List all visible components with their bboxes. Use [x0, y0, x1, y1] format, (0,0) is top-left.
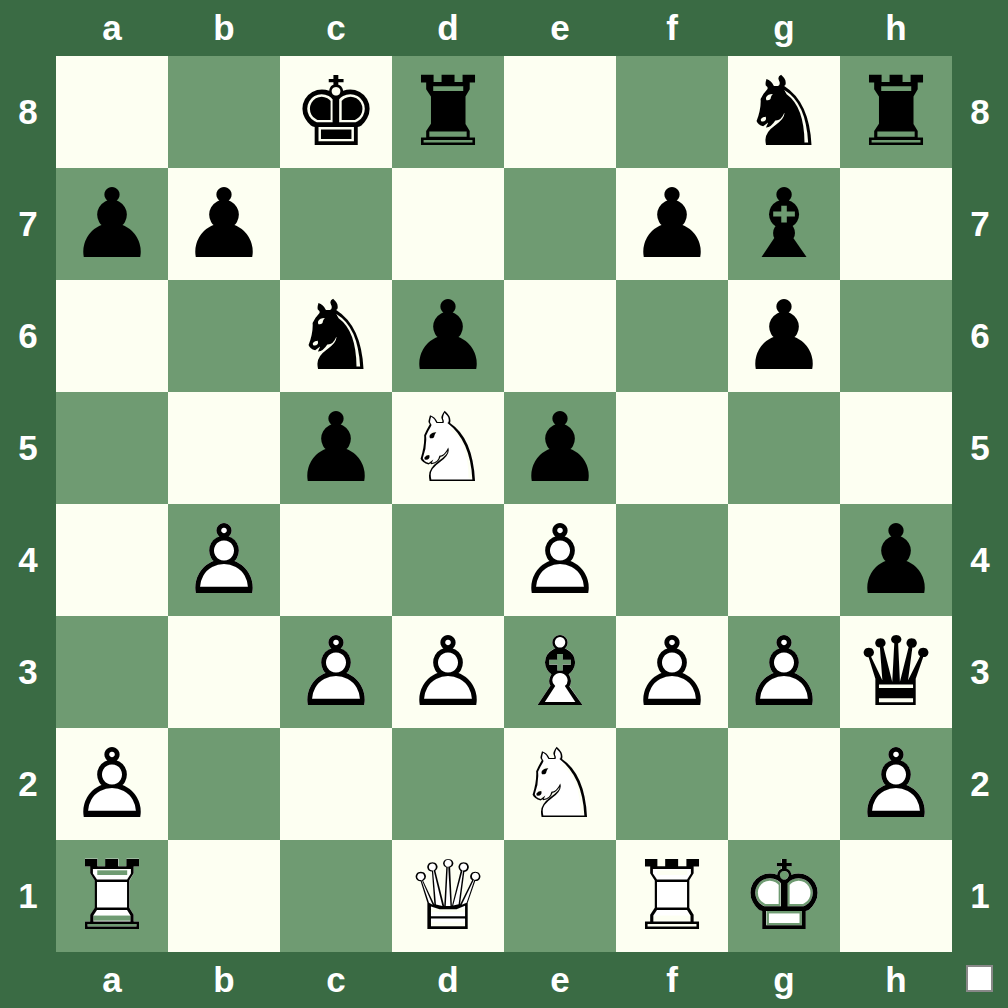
- piece-bB-g7: ♝: [728, 168, 840, 280]
- piece-outline-glyph: ♙: [616, 616, 728, 728]
- piece-fill-glyph: ♟: [392, 280, 504, 392]
- rank-label-left-1: 1: [0, 840, 56, 952]
- piece-bP-f7: ♟: [616, 168, 728, 280]
- square-a4[interactable]: [56, 504, 168, 616]
- piece-fill-glyph: ♞: [280, 280, 392, 392]
- file-label-top-d: d: [392, 0, 504, 56]
- file-label-bottom-b: b: [168, 952, 280, 1008]
- square-f7[interactable]: ♟: [616, 168, 728, 280]
- rank-label-left-4: 4: [0, 504, 56, 616]
- file-label-bottom-e: e: [504, 952, 616, 1008]
- square-e1[interactable]: [504, 840, 616, 952]
- piece-outline-glyph: ♙: [728, 616, 840, 728]
- piece-wP-e4: ♟♙: [504, 504, 616, 616]
- square-f1[interactable]: ♜♖: [616, 840, 728, 952]
- square-e4[interactable]: ♟♙: [504, 504, 616, 616]
- square-g8[interactable]: ♞: [728, 56, 840, 168]
- square-a3[interactable]: [56, 616, 168, 728]
- square-h8[interactable]: ♜: [840, 56, 952, 168]
- piece-fill-glyph: ♛: [840, 616, 952, 728]
- square-f4[interactable]: [616, 504, 728, 616]
- rank-label-left-7: 7: [0, 168, 56, 280]
- piece-bP-a7: ♟: [56, 168, 168, 280]
- square-h7[interactable]: [840, 168, 952, 280]
- piece-fill-glyph: ♜: [840, 56, 952, 168]
- square-b7[interactable]: ♟: [168, 168, 280, 280]
- piece-bR-h8: ♜: [840, 56, 952, 168]
- square-d6[interactable]: ♟: [392, 280, 504, 392]
- piece-bP-c5: ♟: [280, 392, 392, 504]
- square-e5[interactable]: ♟: [504, 392, 616, 504]
- piece-wP-g3: ♟♙: [728, 616, 840, 728]
- square-a7[interactable]: ♟: [56, 168, 168, 280]
- square-c8[interactable]: ♚: [280, 56, 392, 168]
- square-h6[interactable]: [840, 280, 952, 392]
- piece-wP-c3: ♟♙: [280, 616, 392, 728]
- chess-diagram: abcdefgh 87654321 ♚♜♞♜♟♟♟♝♞♟♟♟♞♘♟♟♙♟♙♟♟♙…: [0, 0, 1008, 1008]
- piece-bR-d8: ♜: [392, 56, 504, 168]
- piece-wP-a2: ♟♙: [56, 728, 168, 840]
- rank-label-right-6: 6: [952, 280, 1008, 392]
- rank-label-right-3: 3: [952, 616, 1008, 728]
- piece-fill-glyph: ♚: [280, 56, 392, 168]
- file-label-top-a: a: [56, 0, 168, 56]
- square-e8[interactable]: [504, 56, 616, 168]
- square-a2[interactable]: ♟♙: [56, 728, 168, 840]
- square-g5[interactable]: [728, 392, 840, 504]
- rank-labels-left: 87654321: [0, 56, 56, 952]
- file-label-bottom-c: c: [280, 952, 392, 1008]
- piece-wQ-d1: ♛♕: [392, 840, 504, 952]
- square-f5[interactable]: [616, 392, 728, 504]
- piece-outline-glyph: ♖: [616, 840, 728, 952]
- square-c1[interactable]: [280, 840, 392, 952]
- square-c5[interactable]: ♟: [280, 392, 392, 504]
- square-g3[interactable]: ♟♙: [728, 616, 840, 728]
- piece-outline-glyph: ♙: [392, 616, 504, 728]
- rank-label-left-2: 2: [0, 728, 56, 840]
- square-e2[interactable]: ♞♘: [504, 728, 616, 840]
- square-d4[interactable]: [392, 504, 504, 616]
- square-d5[interactable]: ♞♘: [392, 392, 504, 504]
- square-c6[interactable]: ♞: [280, 280, 392, 392]
- piece-outline-glyph: ♗: [504, 616, 616, 728]
- square-b5[interactable]: [168, 392, 280, 504]
- square-g4[interactable]: [728, 504, 840, 616]
- square-b6[interactable]: [168, 280, 280, 392]
- square-d3[interactable]: ♟♙: [392, 616, 504, 728]
- square-h3[interactable]: ♛: [840, 616, 952, 728]
- square-d1[interactable]: ♛♕: [392, 840, 504, 952]
- piece-wP-d3: ♟♙: [392, 616, 504, 728]
- square-b8[interactable]: [168, 56, 280, 168]
- file-labels-bottom: abcdefgh: [56, 952, 952, 1008]
- square-e7[interactable]: [504, 168, 616, 280]
- square-f2[interactable]: [616, 728, 728, 840]
- rank-label-left-8: 8: [0, 56, 56, 168]
- square-d2[interactable]: [392, 728, 504, 840]
- piece-bP-e5: ♟: [504, 392, 616, 504]
- rank-label-right-2: 2: [952, 728, 1008, 840]
- file-label-top-c: c: [280, 0, 392, 56]
- piece-outline-glyph: ♘: [392, 392, 504, 504]
- white-to-move-indicator: [966, 965, 993, 992]
- square-e3[interactable]: ♝♗: [504, 616, 616, 728]
- piece-outline-glyph: ♕: [392, 840, 504, 952]
- square-h4[interactable]: ♟: [840, 504, 952, 616]
- rank-labels-right: 87654321: [952, 56, 1008, 952]
- square-f8[interactable]: [616, 56, 728, 168]
- piece-fill-glyph: ♟: [616, 168, 728, 280]
- file-labels-top: abcdefgh: [56, 0, 952, 56]
- square-b1[interactable]: [168, 840, 280, 952]
- piece-wP-f3: ♟♙: [616, 616, 728, 728]
- square-c3[interactable]: ♟♙: [280, 616, 392, 728]
- square-c4[interactable]: [280, 504, 392, 616]
- file-label-bottom-g: g: [728, 952, 840, 1008]
- file-label-top-g: g: [728, 0, 840, 56]
- square-g7[interactable]: ♝: [728, 168, 840, 280]
- piece-fill-glyph: ♟: [168, 168, 280, 280]
- piece-wP-b4: ♟♙: [168, 504, 280, 616]
- piece-wN-e2: ♞♘: [504, 728, 616, 840]
- rank-label-left-6: 6: [0, 280, 56, 392]
- piece-fill-glyph: ♟: [504, 392, 616, 504]
- square-b2[interactable]: [168, 728, 280, 840]
- rank-label-right-8: 8: [952, 56, 1008, 168]
- piece-outline-glyph: ♘: [504, 728, 616, 840]
- piece-fill-glyph: ♟: [56, 168, 168, 280]
- piece-bN-g8: ♞: [728, 56, 840, 168]
- piece-wK-g1: ♚♔: [728, 840, 840, 952]
- file-label-top-e: e: [504, 0, 616, 56]
- rank-label-left-3: 3: [0, 616, 56, 728]
- square-h5[interactable]: [840, 392, 952, 504]
- square-c2[interactable]: [280, 728, 392, 840]
- piece-wR-f1: ♜♖: [616, 840, 728, 952]
- square-a5[interactable]: [56, 392, 168, 504]
- file-label-top-h: h: [840, 0, 952, 56]
- piece-wR-a1: ♜♖: [56, 840, 168, 952]
- square-a1[interactable]: ♜♖: [56, 840, 168, 952]
- square-c7[interactable]: [280, 168, 392, 280]
- piece-fill-glyph: ♞: [728, 56, 840, 168]
- rank-label-left-5: 5: [0, 392, 56, 504]
- square-g2[interactable]: [728, 728, 840, 840]
- rank-label-right-5: 5: [952, 392, 1008, 504]
- square-h1[interactable]: [840, 840, 952, 952]
- square-a6[interactable]: [56, 280, 168, 392]
- square-f3[interactable]: ♟♙: [616, 616, 728, 728]
- piece-bP-b7: ♟: [168, 168, 280, 280]
- rank-label-right-4: 4: [952, 504, 1008, 616]
- square-d7[interactable]: [392, 168, 504, 280]
- board-grid: ♚♜♞♜♟♟♟♝♞♟♟♟♞♘♟♟♙♟♙♟♟♙♟♙♝♗♟♙♟♙♛♟♙♞♘♟♙♜♖♛…: [56, 56, 952, 952]
- piece-outline-glyph: ♙: [280, 616, 392, 728]
- square-d8[interactable]: ♜: [392, 56, 504, 168]
- piece-bP-d6: ♟: [392, 280, 504, 392]
- piece-outline-glyph: ♖: [56, 840, 168, 952]
- piece-fill-glyph: ♟: [280, 392, 392, 504]
- square-a8[interactable]: [56, 56, 168, 168]
- piece-fill-glyph: ♝: [728, 168, 840, 280]
- rank-label-right-1: 1: [952, 840, 1008, 952]
- piece-bK-c8: ♚: [280, 56, 392, 168]
- file-label-bottom-h: h: [840, 952, 952, 1008]
- square-e6[interactable]: [504, 280, 616, 392]
- rank-label-right-7: 7: [952, 168, 1008, 280]
- piece-fill-glyph: ♟: [728, 280, 840, 392]
- square-h2[interactable]: ♟♙: [840, 728, 952, 840]
- piece-bP-h4: ♟: [840, 504, 952, 616]
- file-label-bottom-d: d: [392, 952, 504, 1008]
- piece-outline-glyph: ♙: [56, 728, 168, 840]
- piece-fill-glyph: ♟: [840, 504, 952, 616]
- square-g6[interactable]: ♟: [728, 280, 840, 392]
- square-f6[interactable]: [616, 280, 728, 392]
- file-label-bottom-f: f: [616, 952, 728, 1008]
- file-label-bottom-a: a: [56, 952, 168, 1008]
- piece-outline-glyph: ♙: [168, 504, 280, 616]
- piece-outline-glyph: ♙: [840, 728, 952, 840]
- piece-outline-glyph: ♔: [728, 840, 840, 952]
- piece-wP-h2: ♟♙: [840, 728, 952, 840]
- file-label-top-b: b: [168, 0, 280, 56]
- square-g1[interactable]: ♚♔: [728, 840, 840, 952]
- square-b3[interactable]: [168, 616, 280, 728]
- piece-bQ-h3: ♛: [840, 616, 952, 728]
- piece-wN-d5: ♞♘: [392, 392, 504, 504]
- piece-wB-e3: ♝♗: [504, 616, 616, 728]
- file-label-top-f: f: [616, 0, 728, 56]
- piece-bP-g6: ♟: [728, 280, 840, 392]
- square-b4[interactable]: ♟♙: [168, 504, 280, 616]
- piece-bN-c6: ♞: [280, 280, 392, 392]
- piece-outline-glyph: ♙: [504, 504, 616, 616]
- piece-fill-glyph: ♜: [392, 56, 504, 168]
